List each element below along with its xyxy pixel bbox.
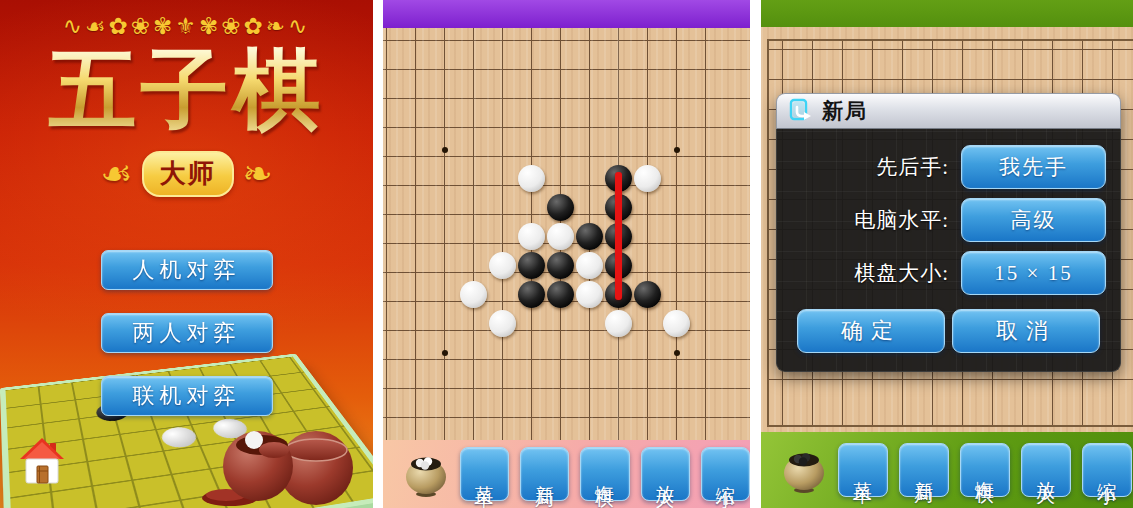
cancel-button[interactable]: 取消 — [952, 309, 1100, 353]
new-game-button[interactable]: 新局 — [520, 447, 569, 501]
black-stone — [518, 252, 545, 279]
black-stone — [547, 252, 574, 279]
two-player-button[interactable]: 两人对弈 — [101, 313, 273, 353]
new-game-button[interactable]: 新局 — [899, 443, 949, 497]
black-stone — [576, 223, 603, 250]
master-badge: 大师 — [142, 151, 234, 197]
undo-button-label: 悔棋 — [976, 466, 995, 474]
dialog-footer: 确定 取消 — [791, 309, 1106, 353]
decorative-white-stone — [159, 425, 200, 449]
board-size-label: 棋盘大小: — [791, 259, 961, 287]
main-menu: 人机对弈 两人对弈 联机对弈 — [0, 250, 373, 416]
new-game-dialog: 新局 先后手: 我先手 电脑水平: 高级 棋盘大小: 15 × 15 确定 取消 — [776, 93, 1121, 372]
screenshot-root: ∿☙✿❀✾⚜✾❀✿❧∿ 五子棋 ☙ 大师 ❧ 人机对弈 两人对弈 联机对弈 — [0, 0, 1133, 508]
star-point — [674, 147, 680, 153]
dialog-row-ai-level: 电脑水平: 高级 — [791, 198, 1106, 242]
board-size-select-button[interactable]: 15 × 15 — [961, 251, 1106, 295]
white-stone — [605, 310, 632, 337]
zoom-in-button-label: 放大 — [1037, 466, 1056, 474]
undo-button[interactable]: 悔棋 — [580, 447, 629, 501]
panel-game-screen: 菜单 新局 悔棋 放大 缩小 — [383, 0, 750, 508]
white-stone — [663, 310, 690, 337]
white-stone — [460, 281, 487, 308]
zoom-out-button-label: 缩小 — [716, 470, 735, 478]
white-stone — [518, 165, 545, 192]
ai-level-select-button[interactable]: 高级 — [961, 198, 1106, 242]
new-game-icon — [787, 98, 813, 124]
panel-home-screen: ∿☙✿❀✾⚜✾❀✿❧∿ 五子棋 ☙ 大师 ❧ 人机对弈 两人对弈 联机对弈 — [0, 0, 373, 508]
white-stone — [518, 223, 545, 250]
menu-button-label: 菜单 — [475, 470, 494, 478]
app-title: 五子棋 — [0, 45, 373, 137]
zoom-in-button[interactable]: 放大 — [641, 447, 690, 501]
new-game-button-label: 新局 — [915, 466, 934, 474]
black-stone — [547, 194, 574, 221]
star-point — [442, 350, 448, 356]
toolbar-game: 菜单 新局 悔棋 放大 缩小 — [383, 440, 750, 508]
ai-level-label: 电脑水平: — [791, 206, 961, 234]
first-move-select-button[interactable]: 我先手 — [961, 145, 1106, 189]
white-stone — [634, 165, 661, 192]
white-stone — [576, 252, 603, 279]
human-vs-computer-button[interactable]: 人机对弈 — [101, 250, 273, 290]
menu-button[interactable]: 菜单 — [838, 443, 888, 497]
zoom-in-button-label: 放大 — [656, 470, 675, 478]
online-play-button[interactable]: 联机对弈 — [101, 376, 273, 416]
flourish-left-icon: ☙ — [100, 156, 132, 192]
dialog-title-bar: 新局 — [776, 93, 1121, 129]
undo-button[interactable]: 悔棋 — [960, 443, 1010, 497]
white-stone — [547, 223, 574, 250]
dialog-body: 先后手: 我先手 电脑水平: 高级 棋盘大小: 15 × 15 确定 取消 — [776, 129, 1121, 372]
win-line — [615, 172, 622, 300]
zoom-in-button[interactable]: 放大 — [1021, 443, 1071, 497]
gold-ornament-border: ∿☙✿❀✾⚜✾❀✿❧∿ — [0, 13, 373, 39]
zoom-out-button[interactable]: 缩小 — [1082, 443, 1132, 497]
black-stone — [634, 281, 661, 308]
undo-button-label: 悔棋 — [596, 470, 615, 478]
black-stone — [547, 281, 574, 308]
confirm-button[interactable]: 确定 — [797, 309, 945, 353]
black-stone — [518, 281, 545, 308]
gomoku-board[interactable] — [383, 28, 750, 440]
star-point — [442, 147, 448, 153]
white-stone — [489, 252, 516, 279]
status-bar-purple — [383, 0, 750, 28]
white-stone — [489, 310, 516, 337]
zoom-out-button-label: 缩小 — [1098, 466, 1117, 474]
toolbar-dialog-screen: 菜单 新局 悔棋 放大 缩小 — [761, 432, 1133, 508]
first-move-label: 先后手: — [791, 153, 961, 181]
stone-bowls — [196, 424, 364, 508]
white-stone-bowl-icon — [403, 451, 449, 497]
panel-dialog-screen: 新局 先后手: 我先手 电脑水平: 高级 棋盘大小: 15 × 15 确定 取消 — [761, 0, 1133, 508]
zoom-out-button[interactable]: 缩小 — [701, 447, 750, 501]
dialog-row-board-size: 棋盘大小: 15 × 15 — [791, 251, 1106, 295]
dialog-title: 新局 — [822, 97, 868, 125]
white-stone — [576, 281, 603, 308]
menu-button[interactable]: 菜单 — [460, 447, 509, 501]
flourish-right-icon: ❧ — [243, 156, 273, 192]
dialog-row-first-move: 先后手: 我先手 — [791, 145, 1106, 189]
new-game-button-label: 新局 — [535, 470, 554, 478]
status-bar-green — [761, 0, 1133, 27]
badge-row: ☙ 大师 ❧ — [0, 151, 373, 197]
home-icon[interactable] — [20, 437, 64, 485]
star-point — [674, 350, 680, 356]
menu-button-label: 菜单 — [854, 466, 873, 474]
black-stone-bowl-icon — [781, 447, 827, 493]
